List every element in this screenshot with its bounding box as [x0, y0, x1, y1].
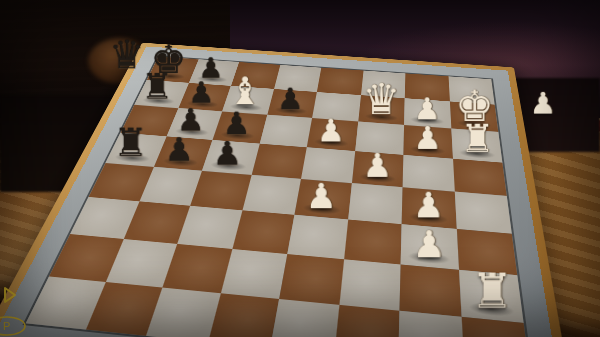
square-a4[interactable]: [269, 298, 338, 337]
black-pawn-e7[interactable]: ♟: [164, 133, 193, 165]
square-f1[interactable]: ♜: [450, 128, 501, 162]
menu-badge-icon[interactable]: P: [0, 315, 27, 337]
chess-board-3d: ♚♟♜♟♝♟♛♟♚♟♟♟♟♜♜♟♟♟♟♟♟♜ ♛ ♟: [0, 42, 575, 337]
menu-badge-letter: P: [3, 320, 10, 332]
white-pawn-d2[interactable]: ♟: [413, 187, 445, 222]
rotate-view-arrow-icon[interactable]: [2, 286, 18, 304]
square-d4[interactable]: ♟: [294, 179, 351, 219]
square-e6[interactable]: ♟: [202, 139, 259, 174]
game-screen: ♚♟♜♟♝♟♛♟♚♟♟♟♟♜♜♟♟♟♟♟♟♜ ♛ ♟ P: [0, 0, 600, 337]
black-pawn-g5[interactable]: ♟: [276, 84, 303, 114]
square-b6[interactable]: [162, 243, 231, 292]
square-a5[interactable]: [207, 292, 279, 337]
square-c3[interactable]: [343, 219, 401, 264]
square-b3[interactable]: [338, 259, 400, 310]
square-f4[interactable]: ♟: [306, 118, 357, 151]
square-b4[interactable]: [279, 253, 343, 303]
square-c4[interactable]: [287, 214, 347, 259]
black-rook-e8[interactable]: ♜: [113, 122, 148, 161]
square-d6[interactable]: [190, 170, 251, 209]
square-c6[interactable]: [177, 205, 242, 249]
chess-board-grid: ♚♟♜♟♝♟♛♟♚♟♟♟♟♜♜♟♟♟♟♟♟♜: [25, 56, 530, 337]
white-pawn-f4[interactable]: ♟: [317, 114, 345, 145]
board-scene: ♚♟♜♟♝♟♛♟♚♟♟♟♟♜♜♟♟♟♟♟♟♜ ♛ ♟: [28, 8, 573, 333]
square-e5[interactable]: [251, 143, 307, 179]
square-c5[interactable]: [231, 209, 294, 253]
white-pawn-c2[interactable]: ♟: [412, 225, 445, 262]
square-e1[interactable]: [452, 158, 506, 195]
board-frame: ♚♟♜♟♝♟♛♟♚♟♟♟♟♜♜♟♟♟♟♟♟♜ ♛ ♟: [0, 46, 562, 337]
square-c2[interactable]: ♟: [400, 223, 458, 269]
black-rook-g8[interactable]: ♜: [141, 68, 173, 103]
square-b8[interactable]: [49, 234, 123, 281]
square-g3[interactable]: ♛: [357, 94, 404, 124]
white-pawn-d4[interactable]: ♟: [305, 178, 336, 213]
white-rook-b1[interactable]: ♜: [469, 265, 512, 313]
square-a2[interactable]: [398, 310, 464, 337]
square-h4[interactable]: [316, 67, 362, 94]
square-b2[interactable]: [399, 264, 461, 316]
square-b1[interactable]: ♜: [458, 269, 523, 322]
square-f2[interactable]: ♟: [403, 124, 452, 157]
square-c8[interactable]: [70, 196, 139, 238]
square-g5[interactable]: ♟: [266, 88, 316, 117]
square-d5[interactable]: [242, 174, 301, 214]
white-pawn-captured-glyph: ♟: [529, 88, 556, 118]
black-queen-captured-glyph: ♛: [109, 34, 144, 73]
white-rook-f1[interactable]: ♜: [459, 118, 494, 157]
white-pawn-f2[interactable]: ♟: [413, 121, 441, 153]
square-d1[interactable]: [454, 191, 511, 233]
square-d3[interactable]: [347, 183, 402, 224]
square-a3[interactable]: [333, 304, 399, 337]
square-e8[interactable]: ♜: [105, 132, 166, 166]
square-f5[interactable]: [259, 114, 312, 146]
board-wood-rim: ♚♟♜♟♝♟♛♟♚♟♟♟♟♜♜♟♟♟♟♟♟♜ ♛ ♟: [0, 42, 575, 337]
square-b5[interactable]: [220, 248, 287, 298]
square-e7[interactable]: ♟: [153, 136, 212, 171]
white-queen-g3[interactable]: ♛: [361, 77, 399, 120]
square-e3[interactable]: ♟: [351, 150, 403, 187]
black-pawn-e6[interactable]: ♟: [212, 137, 241, 170]
white-pawn-e3[interactable]: ♟: [362, 148, 392, 181]
